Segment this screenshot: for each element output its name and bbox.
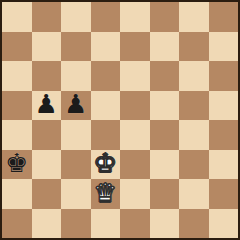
piece-black-pawn[interactable]: ♟ <box>64 91 87 117</box>
square-h7[interactable] <box>209 32 239 62</box>
square-a2[interactable] <box>2 179 32 209</box>
square-d1[interactable] <box>91 209 121 239</box>
square-d7[interactable] <box>91 32 121 62</box>
square-g1[interactable] <box>179 209 209 239</box>
square-f7[interactable] <box>150 32 180 62</box>
square-a8[interactable] <box>2 2 32 32</box>
square-f3[interactable] <box>150 150 180 180</box>
square-g5[interactable] <box>179 91 209 121</box>
piece-black-pawn[interactable]: ♟ <box>35 91 58 117</box>
piece-black-king[interactable]: ♚ <box>5 150 28 176</box>
square-f6[interactable] <box>150 61 180 91</box>
square-b5[interactable]: ♟ <box>32 91 62 121</box>
square-d4[interactable] <box>91 120 121 150</box>
square-g4[interactable] <box>179 120 209 150</box>
square-a4[interactable] <box>2 120 32 150</box>
square-b4[interactable] <box>32 120 62 150</box>
square-d6[interactable] <box>91 61 121 91</box>
square-e6[interactable] <box>120 61 150 91</box>
square-f5[interactable] <box>150 91 180 121</box>
square-f4[interactable] <box>150 120 180 150</box>
square-c7[interactable] <box>61 32 91 62</box>
square-e2[interactable] <box>120 179 150 209</box>
square-d2[interactable]: ♛ <box>91 179 121 209</box>
square-f2[interactable] <box>150 179 180 209</box>
square-h5[interactable] <box>209 91 239 121</box>
square-g2[interactable] <box>179 179 209 209</box>
square-a6[interactable] <box>2 61 32 91</box>
chess-board: ♟♟♚♚♛ <box>0 0 240 240</box>
square-g6[interactable] <box>179 61 209 91</box>
square-c3[interactable] <box>61 150 91 180</box>
square-c4[interactable] <box>61 120 91 150</box>
square-h2[interactable] <box>209 179 239 209</box>
square-a7[interactable] <box>2 32 32 62</box>
square-c5[interactable]: ♟ <box>61 91 91 121</box>
square-c2[interactable] <box>61 179 91 209</box>
square-h3[interactable] <box>209 150 239 180</box>
square-b7[interactable] <box>32 32 62 62</box>
square-g7[interactable] <box>179 32 209 62</box>
square-b2[interactable] <box>32 179 62 209</box>
square-d3[interactable]: ♚ <box>91 150 121 180</box>
square-c1[interactable] <box>61 209 91 239</box>
square-c8[interactable] <box>61 2 91 32</box>
square-d5[interactable] <box>91 91 121 121</box>
square-e1[interactable] <box>120 209 150 239</box>
square-h6[interactable] <box>209 61 239 91</box>
square-h8[interactable] <box>209 2 239 32</box>
square-a1[interactable] <box>2 209 32 239</box>
square-f1[interactable] <box>150 209 180 239</box>
square-e8[interactable] <box>120 2 150 32</box>
square-b3[interactable] <box>32 150 62 180</box>
piece-white-queen[interactable]: ♛ <box>94 180 117 206</box>
square-a5[interactable] <box>2 91 32 121</box>
square-d8[interactable] <box>91 2 121 32</box>
square-b8[interactable] <box>32 2 62 32</box>
square-b1[interactable] <box>32 209 62 239</box>
square-a3[interactable]: ♚ <box>2 150 32 180</box>
square-f8[interactable] <box>150 2 180 32</box>
square-h4[interactable] <box>209 120 239 150</box>
square-g8[interactable] <box>179 2 209 32</box>
square-b6[interactable] <box>32 61 62 91</box>
square-e3[interactable] <box>120 150 150 180</box>
square-h1[interactable] <box>209 209 239 239</box>
square-c6[interactable] <box>61 61 91 91</box>
piece-white-king[interactable]: ♚ <box>94 150 117 176</box>
square-g3[interactable] <box>179 150 209 180</box>
square-e5[interactable] <box>120 91 150 121</box>
square-e4[interactable] <box>120 120 150 150</box>
square-e7[interactable] <box>120 32 150 62</box>
